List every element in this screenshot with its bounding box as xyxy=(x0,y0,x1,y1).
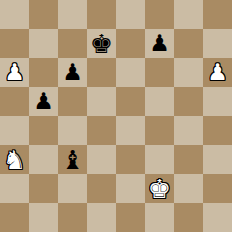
square-g6[interactable] xyxy=(174,58,203,87)
square-f8[interactable] xyxy=(145,0,174,29)
square-h7[interactable] xyxy=(203,29,232,58)
square-a6[interactable]: ♟ xyxy=(0,58,29,87)
square-e4[interactable] xyxy=(116,116,145,145)
square-a1[interactable] xyxy=(0,203,29,232)
piece-black-pawn[interactable]: ♟ xyxy=(149,32,170,55)
square-g4[interactable] xyxy=(174,116,203,145)
square-f2[interactable]: ♚ xyxy=(145,174,174,203)
square-d1[interactable] xyxy=(87,203,116,232)
piece-white-pawn[interactable]: ♟ xyxy=(207,61,228,84)
square-g2[interactable] xyxy=(174,174,203,203)
square-c6[interactable]: ♟ xyxy=(58,58,87,87)
square-a7[interactable] xyxy=(0,29,29,58)
piece-white-king[interactable]: ♚ xyxy=(148,176,171,202)
square-e5[interactable] xyxy=(116,87,145,116)
square-h5[interactable] xyxy=(203,87,232,116)
square-h1[interactable] xyxy=(203,203,232,232)
square-a5[interactable] xyxy=(0,87,29,116)
square-d3[interactable] xyxy=(87,145,116,174)
square-d5[interactable] xyxy=(87,87,116,116)
square-e2[interactable] xyxy=(116,174,145,203)
square-a8[interactable] xyxy=(0,0,29,29)
square-c8[interactable] xyxy=(58,0,87,29)
square-a4[interactable] xyxy=(0,116,29,145)
chess-board: ♚♟♟♟♟♟♞♝♚ xyxy=(0,0,232,232)
square-b5[interactable]: ♟ xyxy=(29,87,58,116)
square-a3[interactable]: ♞ xyxy=(0,145,29,174)
piece-black-pawn[interactable]: ♟ xyxy=(62,61,83,84)
square-f4[interactable] xyxy=(145,116,174,145)
square-h4[interactable] xyxy=(203,116,232,145)
square-h2[interactable] xyxy=(203,174,232,203)
square-g8[interactable] xyxy=(174,0,203,29)
square-f5[interactable] xyxy=(145,87,174,116)
square-b6[interactable] xyxy=(29,58,58,87)
square-d6[interactable] xyxy=(87,58,116,87)
square-e1[interactable] xyxy=(116,203,145,232)
square-b2[interactable] xyxy=(29,174,58,203)
piece-white-knight[interactable]: ♞ xyxy=(3,147,26,173)
piece-black-pawn[interactable]: ♟ xyxy=(33,90,54,113)
square-g1[interactable] xyxy=(174,203,203,232)
piece-white-pawn[interactable]: ♟ xyxy=(4,61,25,84)
square-f7[interactable]: ♟ xyxy=(145,29,174,58)
square-g3[interactable] xyxy=(174,145,203,174)
square-a2[interactable] xyxy=(0,174,29,203)
square-d8[interactable] xyxy=(87,0,116,29)
square-b4[interactable] xyxy=(29,116,58,145)
square-b8[interactable] xyxy=(29,0,58,29)
piece-black-king[interactable]: ♚ xyxy=(90,31,113,57)
square-c2[interactable] xyxy=(58,174,87,203)
square-b7[interactable] xyxy=(29,29,58,58)
square-d2[interactable] xyxy=(87,174,116,203)
square-d7[interactable]: ♚ xyxy=(87,29,116,58)
square-e7[interactable] xyxy=(116,29,145,58)
square-b1[interactable] xyxy=(29,203,58,232)
piece-black-bishop[interactable]: ♝ xyxy=(61,147,84,173)
square-b3[interactable] xyxy=(29,145,58,174)
square-g7[interactable] xyxy=(174,29,203,58)
square-f1[interactable] xyxy=(145,203,174,232)
square-e8[interactable] xyxy=(116,0,145,29)
square-c3[interactable]: ♝ xyxy=(58,145,87,174)
square-c7[interactable] xyxy=(58,29,87,58)
square-g5[interactable] xyxy=(174,87,203,116)
square-c5[interactable] xyxy=(58,87,87,116)
square-f6[interactable] xyxy=(145,58,174,87)
square-c4[interactable] xyxy=(58,116,87,145)
square-f3[interactable] xyxy=(145,145,174,174)
square-c1[interactable] xyxy=(58,203,87,232)
square-h6[interactable]: ♟ xyxy=(203,58,232,87)
square-h3[interactable] xyxy=(203,145,232,174)
square-e3[interactable] xyxy=(116,145,145,174)
square-h8[interactable] xyxy=(203,0,232,29)
square-e6[interactable] xyxy=(116,58,145,87)
square-d4[interactable] xyxy=(87,116,116,145)
